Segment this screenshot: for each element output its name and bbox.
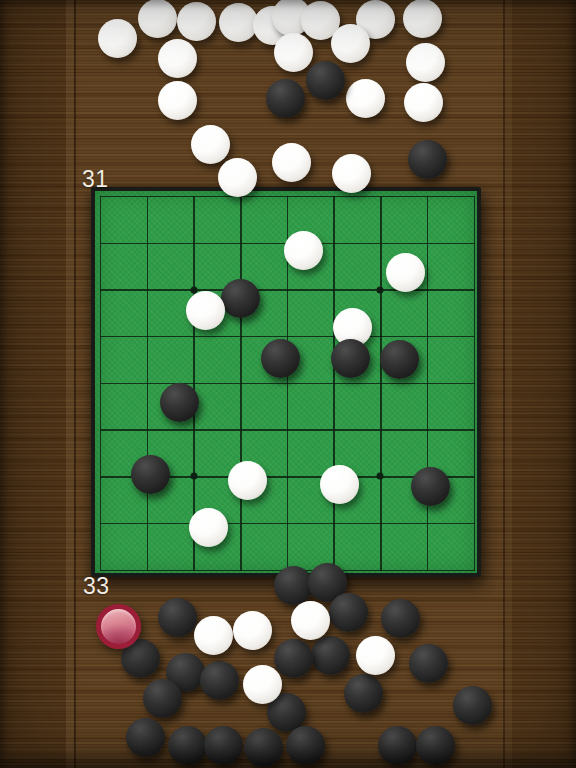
black-stone[interactable]	[409, 644, 448, 683]
white-stone[interactable]	[138, 0, 177, 38]
black-stone[interactable]	[453, 686, 492, 725]
black-stone[interactable]	[416, 726, 455, 765]
white-stone[interactable]	[158, 39, 197, 78]
white-stone[interactable]	[233, 611, 272, 650]
black-stone[interactable]	[380, 340, 419, 379]
white-stone[interactable]	[191, 125, 230, 164]
black-stone[interactable]	[244, 728, 283, 767]
black-stone[interactable]	[274, 639, 313, 678]
white-stone[interactable]	[218, 158, 257, 197]
white-stone[interactable]	[272, 143, 311, 182]
black-stone[interactable]	[411, 467, 450, 506]
white-stone[interactable]	[291, 601, 330, 640]
white-stone[interactable]	[243, 665, 282, 704]
white-stone[interactable]	[346, 79, 385, 118]
black-stone[interactable]	[306, 61, 345, 100]
black-stone[interactable]	[329, 593, 368, 632]
white-stone[interactable]	[404, 83, 443, 122]
white-stone[interactable]	[403, 0, 442, 38]
white-stone[interactable]	[189, 508, 228, 547]
white-stone[interactable]	[274, 33, 313, 72]
black-stone[interactable]	[221, 279, 260, 318]
black-stone[interactable]	[168, 726, 207, 765]
white-stone[interactable]	[284, 231, 323, 270]
bottom-count-label: 33	[83, 575, 110, 598]
black-stone[interactable]	[344, 674, 383, 713]
black-stone[interactable]	[408, 140, 447, 179]
black-stone[interactable]	[331, 339, 370, 378]
top-count-label: 31	[82, 168, 109, 191]
white-stone[interactable]	[386, 253, 425, 292]
black-stone[interactable]	[158, 598, 197, 637]
white-stone[interactable]	[194, 616, 233, 655]
black-stone[interactable]	[160, 383, 199, 422]
black-stone[interactable]	[131, 455, 170, 494]
black-stone[interactable]	[286, 726, 325, 765]
black-stone[interactable]	[311, 636, 350, 675]
black-stone[interactable]	[261, 339, 300, 378]
white-stone[interactable]	[320, 465, 359, 504]
red-stone[interactable]	[96, 604, 141, 649]
black-stone[interactable]	[126, 718, 165, 757]
black-stone[interactable]	[266, 79, 305, 118]
white-stone[interactable]	[219, 3, 258, 42]
white-stone[interactable]	[98, 19, 137, 58]
app-screen: 31 33	[0, 0, 576, 768]
black-stone[interactable]	[143, 679, 182, 718]
white-stone[interactable]	[331, 24, 370, 63]
black-stone[interactable]	[381, 599, 420, 638]
white-stone[interactable]	[186, 291, 225, 330]
stone-layer	[0, 0, 576, 768]
white-stone[interactable]	[406, 43, 445, 82]
white-stone[interactable]	[177, 2, 216, 41]
white-stone[interactable]	[228, 461, 267, 500]
black-stone[interactable]	[274, 566, 313, 605]
white-stone[interactable]	[356, 636, 395, 675]
white-stone[interactable]	[332, 154, 371, 193]
black-stone[interactable]	[378, 726, 417, 765]
white-stone[interactable]	[158, 81, 197, 120]
black-stone[interactable]	[204, 726, 243, 765]
black-stone[interactable]	[200, 661, 239, 700]
